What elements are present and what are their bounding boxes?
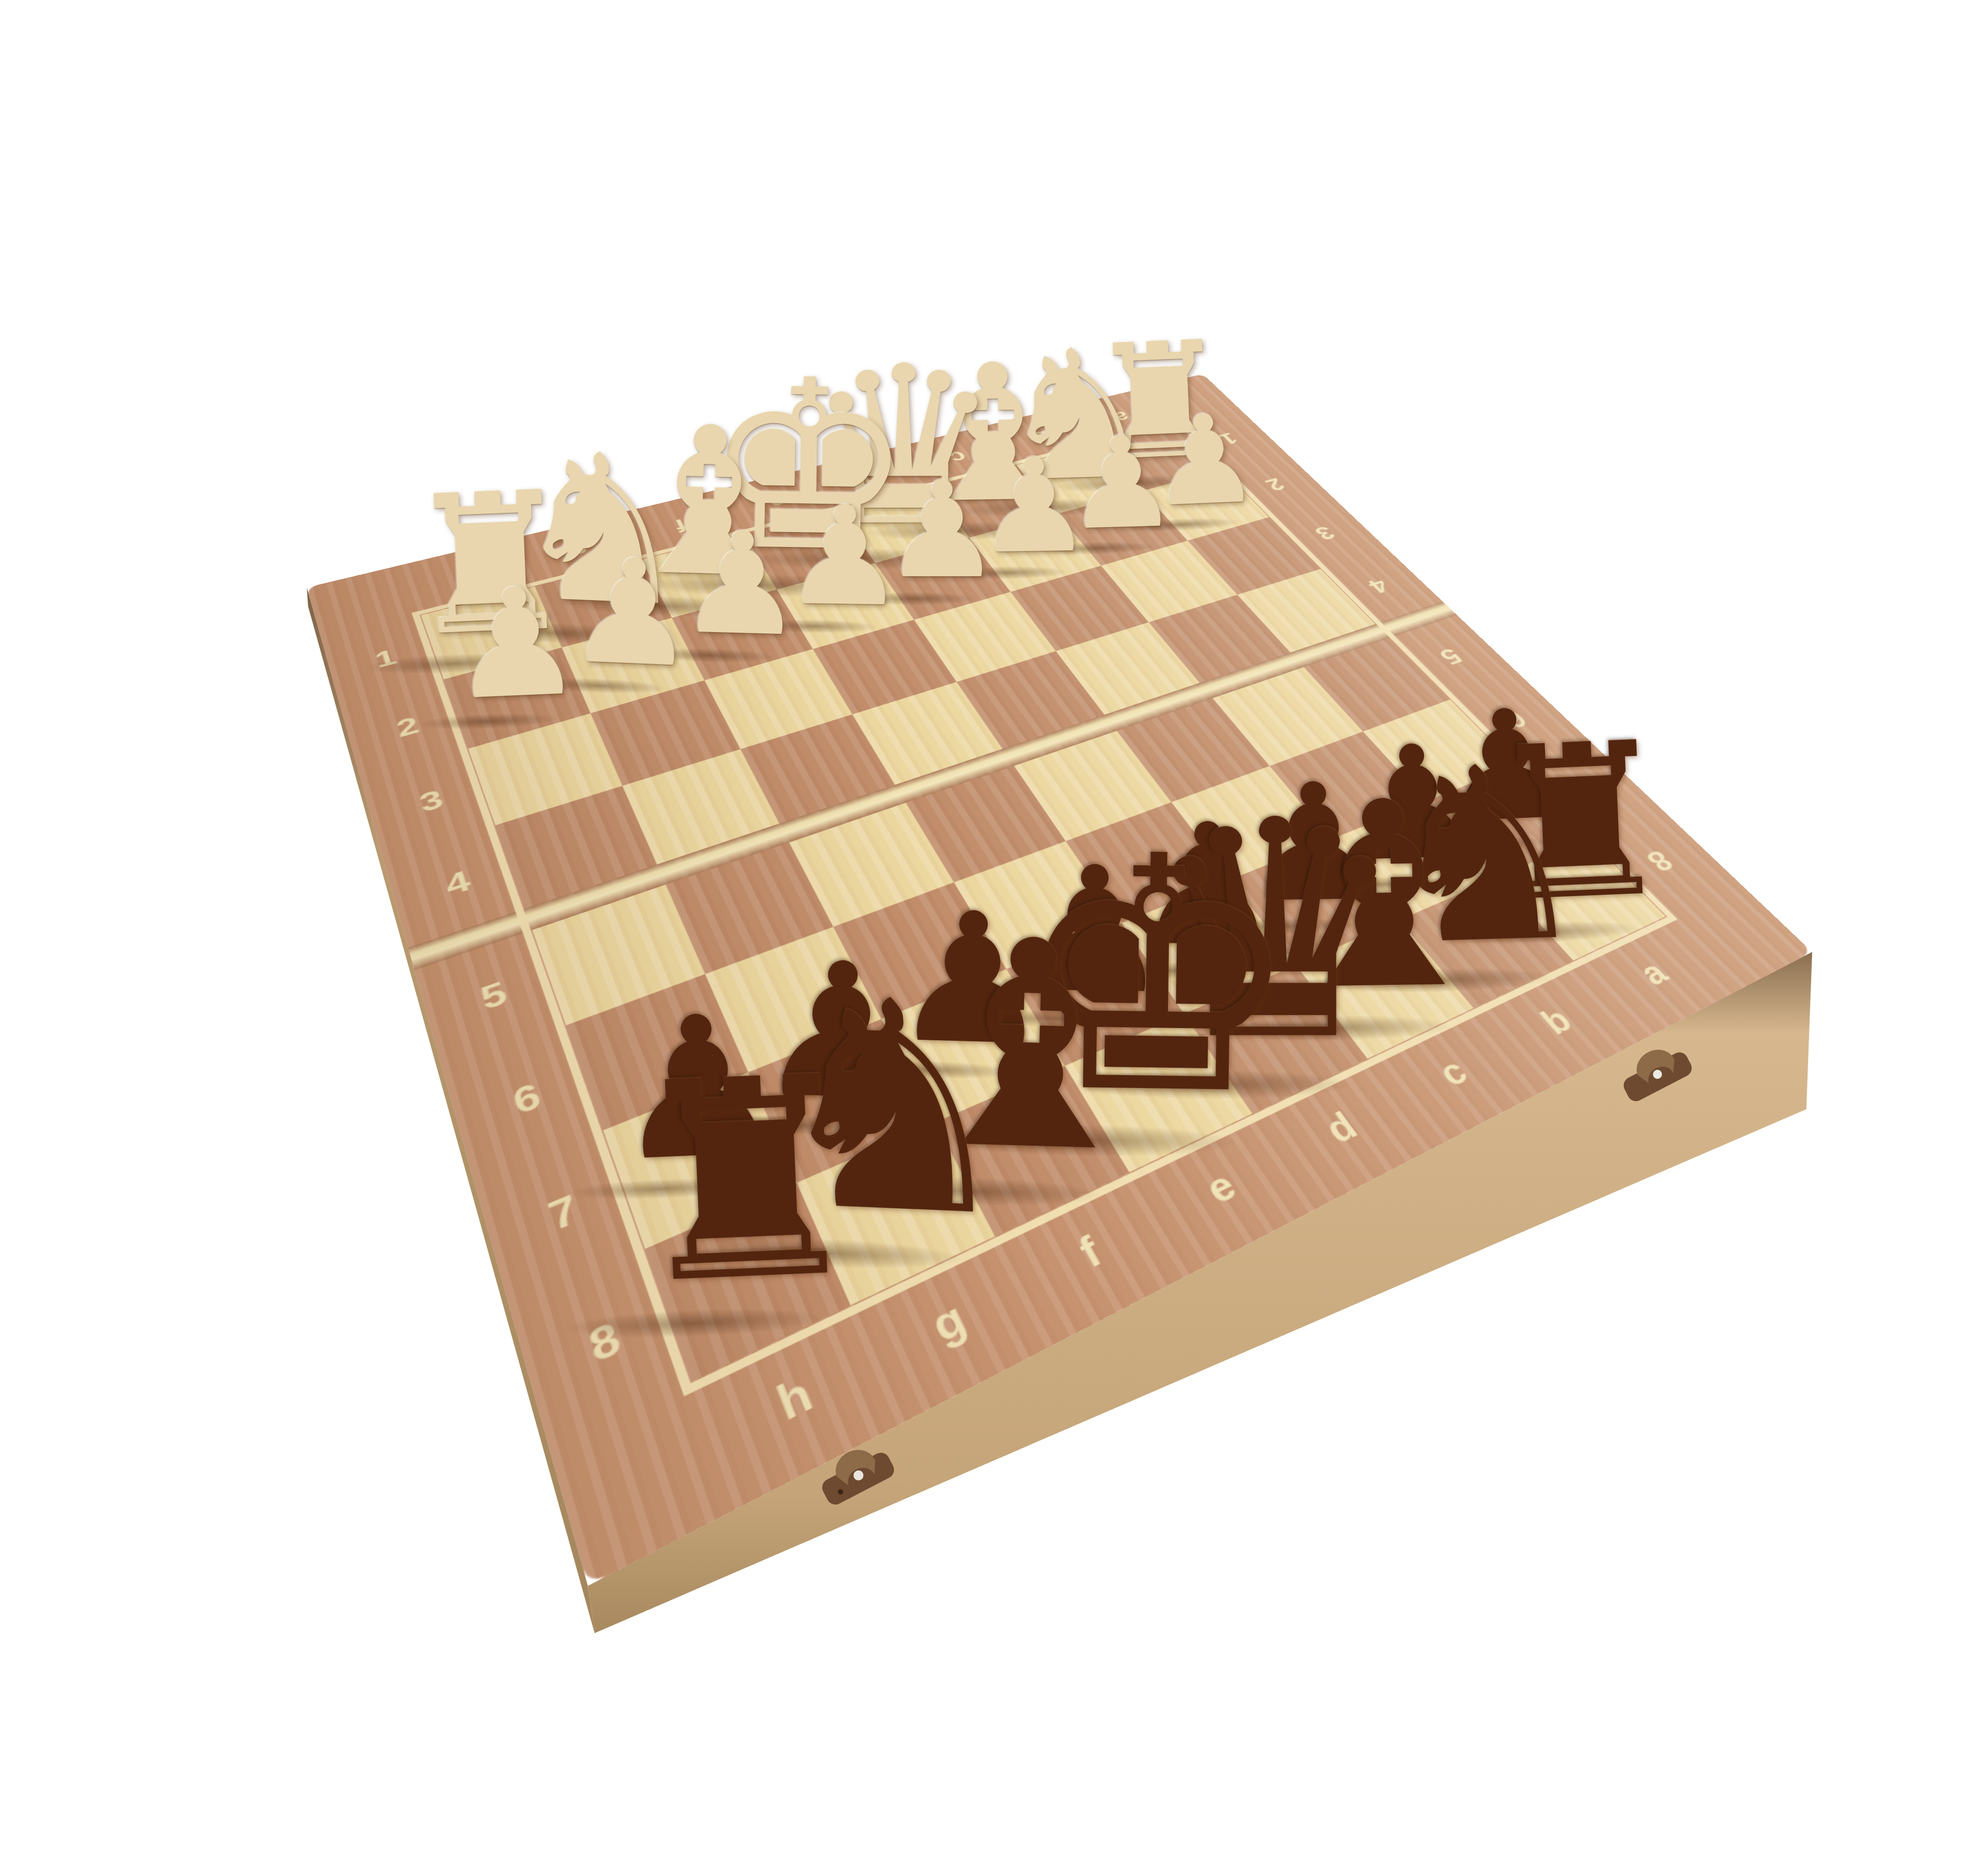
pawn-glyph-icon: ♟ (564, 538, 700, 688)
piece-white-pawn-h2[interactable]: ♟ (446, 566, 586, 721)
piece-white-pawn-g2[interactable]: ♟ (564, 538, 700, 688)
piece-black-rook-h8[interactable]: ♜ (618, 1039, 874, 1323)
pieces-layer: ♜♞♝♛♚♝♞♜♟♟♟♟♟♟♟♟♟♟♟♟♟♟♟♟♜♞♝♛♚♝♞♜ (0, 0, 1973, 1876)
scene: hhggffeeddccbbaa1122334455667788 ♜♞♝♛♚♝♞… (0, 0, 1973, 1876)
pawn-glyph-icon: ♟ (446, 566, 586, 721)
rook-glyph-icon: ♜ (618, 1039, 874, 1323)
